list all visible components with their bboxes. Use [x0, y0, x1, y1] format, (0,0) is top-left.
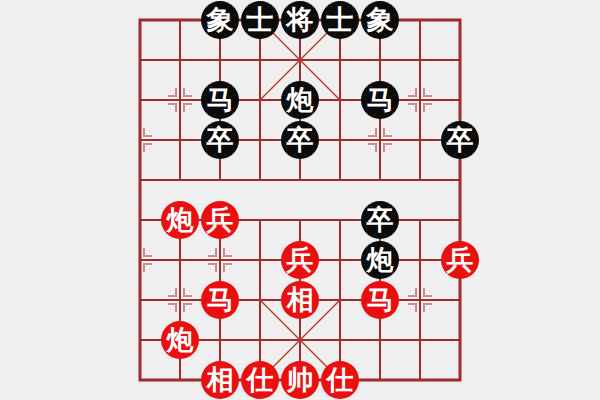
intersection-4-6[interactable]: 兵 — [280, 240, 320, 280]
intersection-1-9[interactable] — [160, 360, 200, 400]
intersection-0-3[interactable] — [120, 120, 160, 160]
intersection-4-9[interactable]: 帅 — [280, 360, 320, 400]
intersection-1-6[interactable] — [160, 240, 200, 280]
intersection-5-4[interactable] — [320, 160, 360, 200]
intersection-4-5[interactable] — [280, 200, 320, 240]
intersection-6-5[interactable]: 卒 — [360, 200, 400, 240]
intersection-8-9[interactable] — [440, 360, 480, 400]
intersection-8-5[interactable] — [440, 200, 480, 240]
intersection-4-1[interactable] — [280, 40, 320, 80]
intersection-8-2[interactable] — [440, 80, 480, 120]
intersection-6-6[interactable]: 炮 — [360, 240, 400, 280]
red-soldier[interactable]: 兵 — [281, 241, 319, 279]
intersection-1-5[interactable]: 炮 — [160, 200, 200, 240]
black-elephant[interactable]: 象 — [361, 1, 399, 39]
intersection-8-1[interactable] — [440, 40, 480, 80]
intersection-8-3[interactable]: 卒 — [440, 120, 480, 160]
intersection-6-0[interactable]: 象 — [360, 0, 400, 40]
intersection-7-4[interactable] — [400, 160, 440, 200]
intersection-1-4[interactable] — [160, 160, 200, 200]
intersection-2-0[interactable]: 象 — [200, 0, 240, 40]
piece-glyph: 马 — [367, 287, 394, 314]
piece-glyph: 马 — [367, 87, 394, 114]
piece-glyph: 兵 — [207, 207, 234, 234]
piece-glyph: 炮 — [367, 247, 394, 274]
intersection-4-4[interactable] — [280, 160, 320, 200]
piece-glyph: 仕 — [327, 367, 354, 394]
intersection-5-6[interactable] — [320, 240, 360, 280]
black-horse[interactable]: 马 — [361, 81, 399, 119]
intersection-0-0[interactable] — [120, 0, 160, 40]
piece-glyph: 卒 — [447, 127, 474, 154]
intersection-0-2[interactable] — [120, 80, 160, 120]
piece-glyph: 将 — [287, 7, 314, 34]
intersection-6-1[interactable] — [360, 40, 400, 80]
intersection-5-8[interactable] — [320, 320, 360, 360]
intersection-2-4[interactable] — [200, 160, 240, 200]
piece-glyph: 兵 — [287, 247, 314, 274]
intersection-8-7[interactable] — [440, 280, 480, 320]
black-soldier[interactable]: 卒 — [361, 201, 399, 239]
intersection-4-8[interactable] — [280, 320, 320, 360]
board-intersections: 象士将士象马炮马卒卒卒炮兵卒兵炮兵马相马炮相仕帅仕 — [120, 0, 480, 400]
red-advisor[interactable]: 仕 — [241, 361, 279, 399]
black-soldier[interactable]: 卒 — [201, 121, 239, 159]
xiangqi-board: 象士将士象马炮马卒卒卒炮兵卒兵炮兵马相马炮相仕帅仕 — [0, 0, 600, 400]
intersection-0-8[interactable] — [120, 320, 160, 360]
piece-glyph: 仕 — [247, 367, 274, 394]
intersection-6-9[interactable] — [360, 360, 400, 400]
intersection-6-8[interactable] — [360, 320, 400, 360]
piece-glyph: 马 — [207, 287, 234, 314]
intersection-3-4[interactable] — [240, 160, 280, 200]
intersection-7-5[interactable] — [400, 200, 440, 240]
intersection-1-8[interactable]: 炮 — [160, 320, 200, 360]
intersection-6-7[interactable]: 马 — [360, 280, 400, 320]
intersection-2-2[interactable]: 马 — [200, 80, 240, 120]
piece-glyph: 兵 — [447, 247, 474, 274]
intersection-3-0[interactable]: 士 — [240, 0, 280, 40]
intersection-1-7[interactable] — [160, 280, 200, 320]
intersection-8-8[interactable] — [440, 320, 480, 360]
intersection-7-1[interactable] — [400, 40, 440, 80]
intersection-3-8[interactable] — [240, 320, 280, 360]
intersection-8-6[interactable]: 兵 — [440, 240, 480, 280]
intersection-7-6[interactable] — [400, 240, 440, 280]
intersection-7-0[interactable] — [400, 0, 440, 40]
intersection-8-4[interactable] — [440, 160, 480, 200]
intersection-7-8[interactable] — [400, 320, 440, 360]
intersection-4-3[interactable]: 卒 — [280, 120, 320, 160]
red-cannon[interactable]: 炮 — [161, 201, 199, 239]
intersection-2-5[interactable]: 兵 — [200, 200, 240, 240]
piece-glyph: 象 — [207, 7, 234, 34]
intersection-6-2[interactable]: 马 — [360, 80, 400, 120]
piece-glyph: 士 — [247, 7, 274, 34]
red-cannon[interactable]: 炮 — [161, 321, 199, 359]
intersection-1-1[interactable] — [160, 40, 200, 80]
intersection-7-7[interactable] — [400, 280, 440, 320]
intersection-7-2[interactable] — [400, 80, 440, 120]
piece-glyph: 象 — [367, 7, 394, 34]
intersection-1-2[interactable] — [160, 80, 200, 120]
intersection-2-6[interactable] — [200, 240, 240, 280]
intersection-0-9[interactable] — [120, 360, 160, 400]
intersection-1-3[interactable] — [160, 120, 200, 160]
black-advisor[interactable]: 士 — [321, 1, 359, 39]
intersection-5-1[interactable] — [320, 40, 360, 80]
intersection-5-7[interactable] — [320, 280, 360, 320]
intersection-5-0[interactable]: 士 — [320, 0, 360, 40]
red-advisor[interactable]: 仕 — [321, 361, 359, 399]
piece-glyph: 相 — [207, 367, 234, 394]
red-soldier[interactable]: 兵 — [441, 241, 479, 279]
intersection-3-1[interactable] — [240, 40, 280, 80]
intersection-0-7[interactable] — [120, 280, 160, 320]
intersection-0-1[interactable] — [120, 40, 160, 80]
intersection-4-2[interactable]: 炮 — [280, 80, 320, 120]
intersection-3-5[interactable] — [240, 200, 280, 240]
black-cannon[interactable]: 炮 — [361, 241, 399, 279]
piece-glyph: 炮 — [287, 87, 314, 114]
intersection-2-7[interactable]: 马 — [200, 280, 240, 320]
piece-glyph: 卒 — [207, 127, 234, 154]
red-horse[interactable]: 马 — [201, 281, 239, 319]
black-soldier[interactable]: 卒 — [281, 121, 319, 159]
intersection-0-4[interactable] — [120, 160, 160, 200]
black-cannon[interactable]: 炮 — [281, 81, 319, 119]
black-general[interactable]: 将 — [281, 1, 319, 39]
red-elephant[interactable]: 相 — [201, 361, 239, 399]
piece-glyph: 帅 — [287, 367, 314, 394]
red-general[interactable]: 帅 — [281, 361, 319, 399]
black-elephant[interactable]: 象 — [201, 1, 239, 39]
intersection-3-9[interactable]: 仕 — [240, 360, 280, 400]
black-advisor[interactable]: 士 — [241, 1, 279, 39]
intersection-2-3[interactable]: 卒 — [200, 120, 240, 160]
intersection-1-0[interactable] — [160, 0, 200, 40]
black-soldier[interactable]: 卒 — [441, 121, 479, 159]
intersection-3-3[interactable] — [240, 120, 280, 160]
intersection-0-6[interactable] — [120, 240, 160, 280]
piece-glyph: 炮 — [167, 327, 194, 354]
piece-glyph: 相 — [287, 287, 314, 314]
intersection-2-8[interactable] — [200, 320, 240, 360]
intersection-5-9[interactable]: 仕 — [320, 360, 360, 400]
piece-glyph: 卒 — [287, 127, 314, 154]
intersection-6-4[interactable] — [360, 160, 400, 200]
intersection-5-3[interactable] — [320, 120, 360, 160]
piece-glyph: 士 — [327, 7, 354, 34]
intersection-3-7[interactable] — [240, 280, 280, 320]
red-elephant[interactable]: 相 — [281, 281, 319, 319]
intersection-3-2[interactable] — [240, 80, 280, 120]
piece-glyph: 卒 — [367, 207, 394, 234]
intersection-3-6[interactable] — [240, 240, 280, 280]
intersection-4-0[interactable]: 将 — [280, 0, 320, 40]
piece-glyph: 马 — [207, 87, 234, 114]
red-soldier[interactable]: 兵 — [201, 201, 239, 239]
intersection-0-5[interactable] — [120, 200, 160, 240]
intersection-8-0[interactable] — [440, 0, 480, 40]
intersection-7-3[interactable] — [400, 120, 440, 160]
red-horse[interactable]: 马 — [361, 281, 399, 319]
intersection-5-2[interactable] — [320, 80, 360, 120]
piece-glyph: 炮 — [167, 207, 194, 234]
intersection-6-3[interactable] — [360, 120, 400, 160]
intersection-2-1[interactable] — [200, 40, 240, 80]
intersection-2-9[interactable]: 相 — [200, 360, 240, 400]
black-horse[interactable]: 马 — [201, 81, 239, 119]
intersection-7-9[interactable] — [400, 360, 440, 400]
intersection-4-7[interactable]: 相 — [280, 280, 320, 320]
intersection-5-5[interactable] — [320, 200, 360, 240]
